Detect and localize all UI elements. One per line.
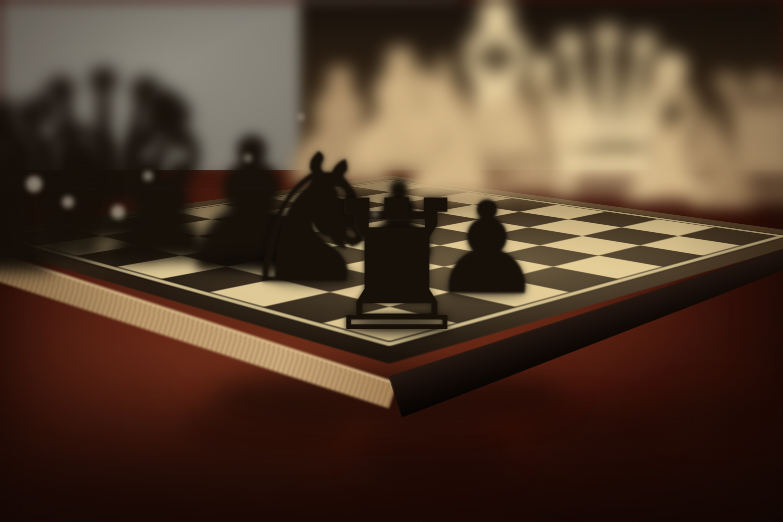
bokeh-glint: [372, 211, 378, 217]
bokeh-glint: [143, 171, 153, 181]
bokeh-glint: [62, 196, 74, 208]
bokeh-glint: [26, 176, 42, 192]
pawn-a7-shadow: [450, 282, 526, 297]
bokeh-glint: [111, 205, 125, 219]
chess-photo-stage: ♜♞♟♟♟♝♛♚♝♟♟♞♝♚♛♝♞♜: [0, 0, 783, 522]
bokeh-glint: [298, 114, 304, 120]
pawn-c7-shadow: [205, 256, 295, 274]
bokeh-glint: [244, 154, 252, 162]
perspective-scene: [0, 0, 783, 522]
rook-shadow: [352, 316, 448, 336]
